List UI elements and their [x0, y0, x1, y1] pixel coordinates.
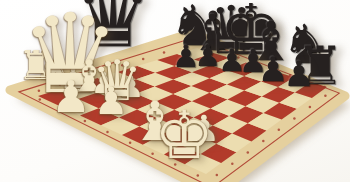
white-pawn-piece-b1[interactable]: ♟ [51, 75, 90, 119]
black-pawn-piece-g7[interactable]: ♟ [283, 57, 314, 92]
pieces-layer: ♛♜♟♞♟♝♟♛♟♟♟♝♚♟♛♞♟♝♟♛♟♚♟♝♟♞♟♜ [0, 0, 350, 182]
chess-set-photo: ♛♜♟♞♟♝♟♛♟♟♟♝♚♟♛♞♟♝♟♛♟♚♟♝♟♞♟♜ [0, 0, 350, 182]
white-king-piece-g1[interactable]: ♚ [154, 103, 213, 169]
white-pawn-piece-c1[interactable]: ♟ [94, 82, 128, 120]
black-pawn-piece-b7[interactable]: ♟ [172, 41, 200, 72]
